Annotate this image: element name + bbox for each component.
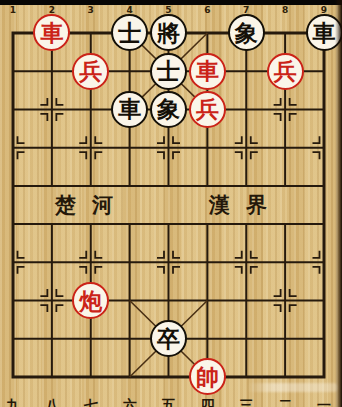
file-label-bottom: 一	[317, 398, 331, 407]
file-label-bottom: 六	[123, 398, 137, 407]
black-general-piece[interactable]: 將	[150, 14, 187, 51]
red-soldier-piece[interactable]: 兵	[189, 91, 226, 128]
xiangqi-board[interactable]: 車士將象車兵士車兵車象兵炮卒帥	[0, 14, 342, 396]
red-chariot-piece[interactable]: 車	[33, 14, 70, 51]
board-point: 兵	[266, 52, 305, 90]
black-chariot-piece[interactable]: 車	[306, 14, 342, 51]
black-soldier-piece[interactable]: 卒	[150, 320, 187, 357]
file-label-bottom: 八	[45, 398, 59, 407]
board-point: 士	[149, 52, 188, 90]
file-label-bottom: 四	[200, 398, 214, 407]
board-point: 車	[188, 52, 227, 90]
black-chariot-piece[interactable]: 車	[111, 91, 148, 128]
board-point: 象	[149, 90, 188, 128]
board-point: 兵	[71, 52, 110, 90]
file-label-bottom: 九	[6, 398, 20, 407]
file-label-bottom: 三	[239, 398, 253, 407]
black-advisor-piece[interactable]: 士	[111, 14, 148, 51]
black-elephant-piece[interactable]: 象	[150, 91, 187, 128]
xiangqi-app-screen: 123456789 楚河 漢界 車士將象車兵士車兵車象兵炮卒帥 九八七六五四三二…	[0, 0, 342, 407]
board-point: 士	[110, 14, 149, 52]
board-point: 車	[110, 90, 149, 128]
board-point: 象	[227, 14, 266, 52]
black-elephant-piece[interactable]: 象	[228, 14, 265, 51]
board-point: 車	[32, 14, 71, 52]
file-label-bottom: 二	[278, 398, 292, 407]
file-label-bottom: 七	[84, 398, 98, 407]
red-soldier-piece[interactable]: 兵	[72, 53, 109, 90]
red-chariot-piece[interactable]: 車	[189, 53, 226, 90]
red-cannon-piece[interactable]: 炮	[72, 282, 109, 319]
red-general-piece[interactable]: 帥	[189, 358, 226, 395]
board-point: 炮	[71, 281, 110, 319]
board-point: 帥	[188, 358, 227, 396]
board-point: 卒	[149, 320, 188, 358]
board-point: 將	[149, 14, 188, 52]
file-label-bottom: 五	[162, 398, 176, 407]
red-soldier-piece[interactable]: 兵	[267, 53, 304, 90]
board-point: 車	[305, 14, 342, 52]
black-advisor-piece[interactable]: 士	[150, 53, 187, 90]
board-point: 兵	[188, 90, 227, 128]
